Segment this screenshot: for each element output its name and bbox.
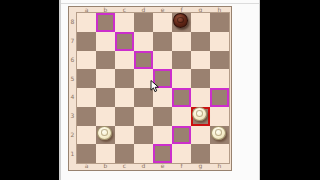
square-h8[interactable]	[210, 13, 229, 32]
square-f3[interactable]	[172, 107, 191, 126]
square-g4[interactable]	[191, 88, 210, 107]
rank-label-5: 5	[69, 69, 76, 88]
square-b4[interactable]	[96, 88, 115, 107]
square-d8[interactable]	[134, 13, 153, 32]
square-b8[interactable]	[96, 13, 115, 32]
rank-label-6: 6	[69, 51, 76, 70]
white-man-piece[interactable]	[97, 126, 112, 141]
square-h6[interactable]	[210, 51, 229, 70]
square-g7[interactable]	[191, 32, 210, 51]
square-a2[interactable]	[77, 126, 96, 145]
rank-label-7: 7	[69, 32, 76, 51]
square-e8[interactable]	[153, 13, 172, 32]
square-b7[interactable]	[96, 32, 115, 51]
rank-label-2: 2	[69, 126, 76, 145]
square-h3[interactable]	[210, 107, 229, 126]
file-label-g: g	[191, 163, 210, 169]
square-e1[interactable]	[153, 144, 172, 163]
square-e3[interactable]	[153, 107, 172, 126]
file-label-h: h	[210, 163, 229, 169]
white-man-ring	[101, 129, 108, 136]
square-a7[interactable]	[77, 32, 96, 51]
rank-label-4: 4	[69, 88, 76, 107]
file-label-b: b	[96, 163, 115, 169]
square-c8[interactable]	[115, 13, 134, 32]
square-f7[interactable]	[172, 32, 191, 51]
square-f4[interactable]	[172, 88, 191, 107]
square-h4[interactable]	[210, 88, 229, 107]
square-g3[interactable]	[191, 107, 210, 126]
panel-divider	[61, 3, 259, 4]
rank-label-8: 8	[69, 13, 76, 32]
square-d3[interactable]	[134, 107, 153, 126]
square-f6[interactable]	[172, 51, 191, 70]
square-f1[interactable]	[172, 144, 191, 163]
square-a8[interactable]	[77, 13, 96, 32]
mouse-cursor-icon	[150, 80, 159, 93]
file-labels-bottom: abcdefgh	[77, 163, 229, 169]
rank-label-3: 3	[69, 107, 76, 126]
square-g1[interactable]	[191, 144, 210, 163]
square-f8[interactable]	[172, 13, 191, 32]
square-e6[interactable]	[153, 51, 172, 70]
white-man-ring	[215, 129, 222, 136]
square-c2[interactable]	[115, 126, 134, 145]
square-h7[interactable]	[210, 32, 229, 51]
file-label-d: d	[134, 163, 153, 169]
white-man-ring	[196, 110, 203, 117]
square-b1[interactable]	[96, 144, 115, 163]
square-b6[interactable]	[96, 51, 115, 70]
square-a1[interactable]	[77, 144, 96, 163]
file-label-e: e	[153, 163, 172, 169]
square-g5[interactable]	[191, 69, 210, 88]
white-man-piece[interactable]	[192, 107, 207, 122]
white-man-piece[interactable]	[211, 126, 226, 141]
square-b2[interactable]	[96, 126, 115, 145]
square-c1[interactable]	[115, 144, 134, 163]
file-label-f: f	[172, 163, 191, 169]
square-d7[interactable]	[134, 32, 153, 51]
rank-label-1: 1	[69, 144, 76, 163]
square-d2[interactable]	[134, 126, 153, 145]
square-f2[interactable]	[172, 126, 191, 145]
square-e2[interactable]	[153, 126, 172, 145]
square-g2[interactable]	[191, 126, 210, 145]
square-g6[interactable]	[191, 51, 210, 70]
rank-labels-left: 87654321	[69, 13, 76, 163]
file-label-c: c	[115, 163, 134, 169]
square-c4[interactable]	[115, 88, 134, 107]
file-label-a: a	[77, 163, 96, 169]
square-d1[interactable]	[134, 144, 153, 163]
square-e7[interactable]	[153, 32, 172, 51]
square-f5[interactable]	[172, 69, 191, 88]
square-a4[interactable]	[77, 88, 96, 107]
square-c6[interactable]	[115, 51, 134, 70]
square-h5[interactable]	[210, 69, 229, 88]
square-c5[interactable]	[115, 69, 134, 88]
square-a5[interactable]	[77, 69, 96, 88]
square-h2[interactable]	[210, 126, 229, 145]
square-c3[interactable]	[115, 107, 134, 126]
app-panel: abcdefgh abcdefgh 87654321 87654321	[59, 0, 260, 180]
square-a6[interactable]	[77, 51, 96, 70]
square-a3[interactable]	[77, 107, 96, 126]
square-h1[interactable]	[210, 144, 229, 163]
black-man-piece[interactable]	[173, 13, 188, 28]
square-g8[interactable]	[191, 13, 210, 32]
square-b3[interactable]	[96, 107, 115, 126]
black-man-ring	[177, 17, 184, 24]
square-d6[interactable]	[134, 51, 153, 70]
square-c7[interactable]	[115, 32, 134, 51]
square-b5[interactable]	[96, 69, 115, 88]
